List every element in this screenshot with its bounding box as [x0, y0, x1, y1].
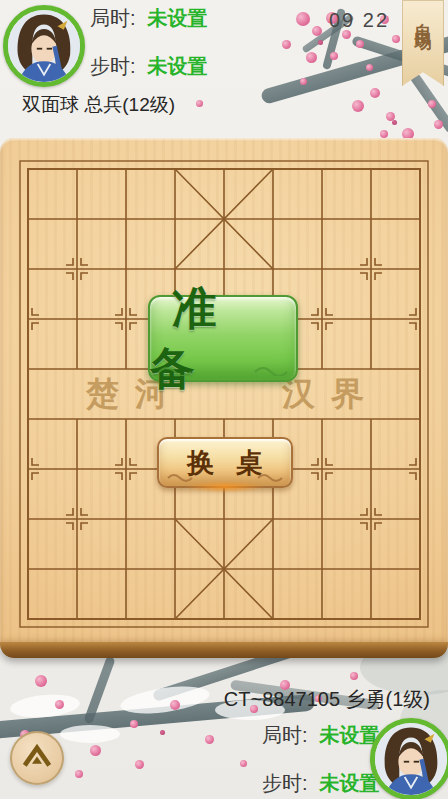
blossom [90, 745, 101, 756]
menu-expand-button[interactable] [10, 731, 64, 785]
chevron-up-icon [16, 737, 58, 779]
player-avatar[interactable] [370, 718, 448, 799]
step-time-value: 未设置 [320, 770, 380, 797]
blossom [135, 760, 144, 769]
xiangqi-lobby-screen: 局时: 未设置 步时: 未设置 双面球 总兵(12级) 09 22 自由场 [0, 0, 448, 799]
wave-ornament [167, 472, 193, 482]
player-name: CT~8847105 乡勇(1级) [224, 686, 430, 713]
game-time-value: 未设置 [148, 5, 208, 32]
step-time-label: 步时: [90, 53, 136, 80]
blossom [352, 100, 364, 112]
blossom [434, 120, 443, 129]
blossom [428, 100, 436, 108]
blossom [282, 40, 291, 49]
blossom [330, 52, 338, 60]
blossom [392, 120, 397, 125]
game-time-label: 局时: [262, 722, 308, 749]
blossom [35, 675, 47, 687]
change-table-button[interactable]: 换桌 [157, 437, 293, 488]
opponent-name: 双面球 总兵(12级) [22, 92, 175, 118]
wave-ornament [257, 472, 283, 482]
snow-patch [60, 725, 120, 743]
wave-ornament [254, 364, 288, 376]
opponent-step-time: 步时: 未设置 [90, 53, 208, 80]
blossom [370, 88, 380, 98]
blossom [205, 735, 214, 744]
blossom [356, 40, 364, 48]
opponent-avatar[interactable] [3, 5, 85, 87]
blossom [296, 12, 310, 26]
room-mode-label: 自由场 [412, 9, 435, 86]
blossom [306, 52, 317, 63]
step-time-label: 步时: [262, 770, 308, 797]
blossom [75, 770, 83, 778]
opponent-game-time: 局时: 未设置 [90, 5, 208, 32]
blossom [196, 100, 203, 107]
player-step-time: 步时: 未设置 [262, 770, 380, 797]
blossom [366, 64, 373, 71]
blossom [300, 78, 307, 85]
blossom [130, 720, 138, 728]
board-edge [0, 642, 448, 658]
system-clock: 09 22 [329, 9, 389, 32]
blossom [312, 26, 322, 36]
blossom [350, 672, 358, 680]
game-time-value: 未设置 [320, 722, 380, 749]
room-mode-ribbon: 自由场 [402, 0, 444, 86]
blossom [160, 730, 165, 735]
blossom [380, 130, 388, 138]
player-avatar-image [375, 723, 447, 795]
blossom [55, 700, 64, 709]
ready-button[interactable]: 准备 [148, 295, 298, 382]
blossom [318, 40, 323, 45]
step-time-value: 未设置 [148, 53, 208, 80]
wave-ornament [158, 364, 192, 376]
blossom [170, 700, 180, 710]
opponent-avatar-image [8, 10, 80, 82]
blossom [392, 35, 400, 43]
game-time-label: 局时: [90, 5, 136, 32]
blossom [240, 760, 247, 767]
ready-button-label: 准备 [150, 279, 296, 399]
player-game-time: 局时: 未设置 [262, 722, 380, 749]
